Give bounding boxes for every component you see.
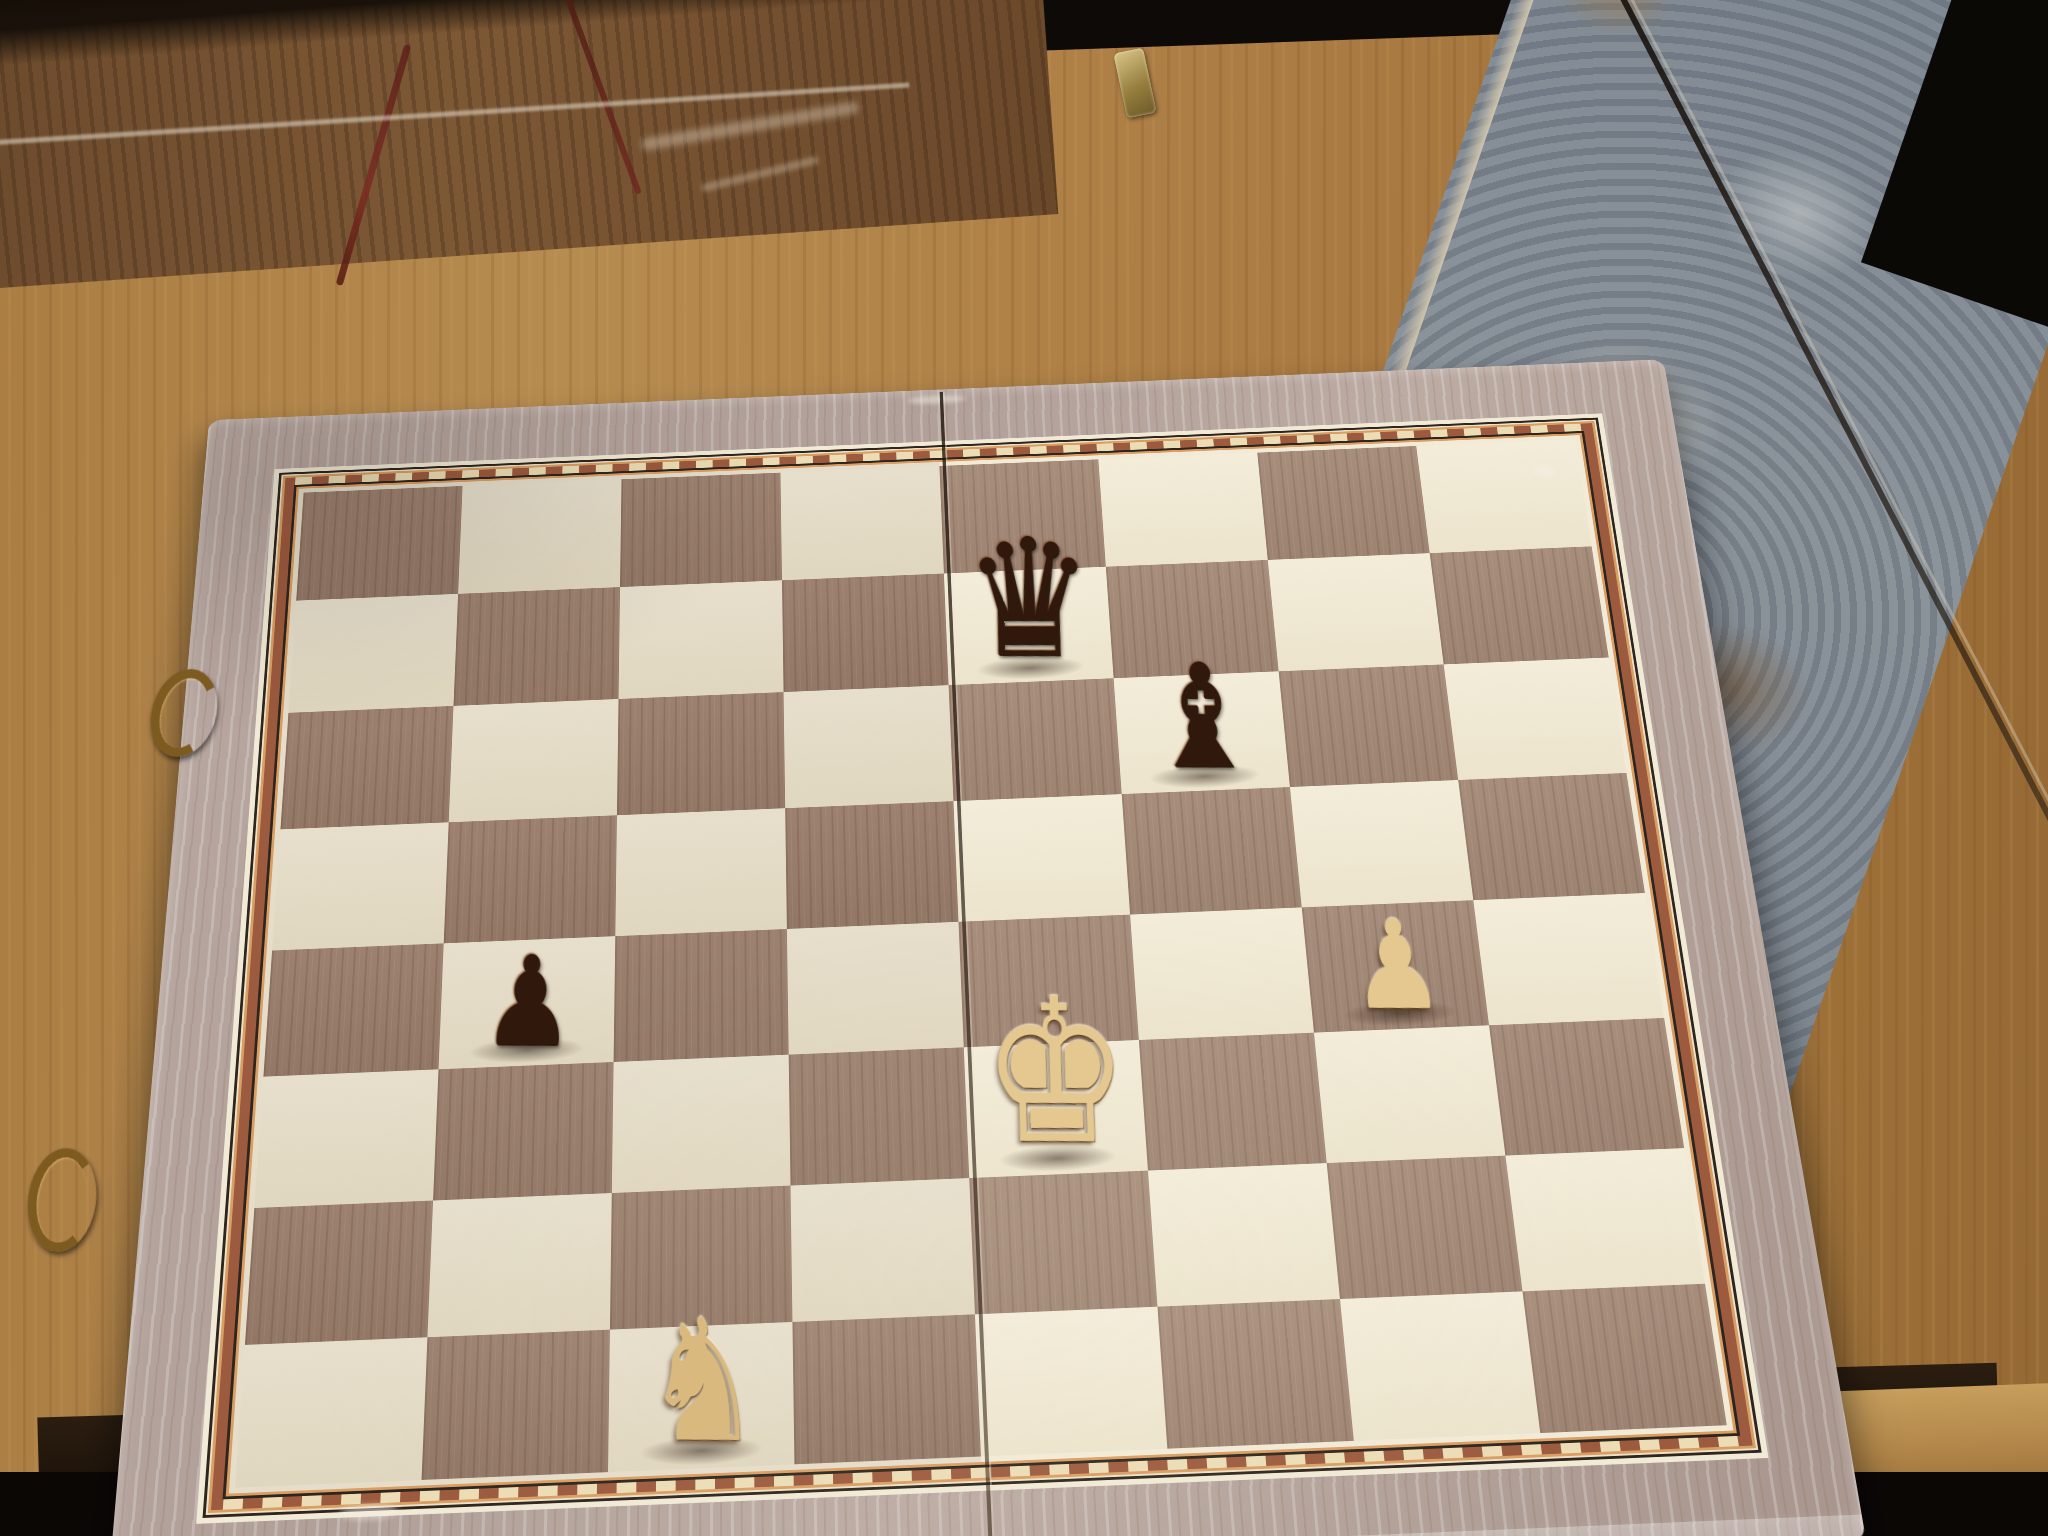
square-f5[interactable] bbox=[1122, 787, 1302, 915]
square-g5[interactable] bbox=[1290, 780, 1473, 907]
square-d8[interactable] bbox=[780, 466, 943, 580]
white-pawn[interactable]: ♟ bbox=[1305, 903, 1489, 1027]
square-e3[interactable]: ♚ bbox=[964, 1040, 1148, 1178]
square-a1[interactable] bbox=[235, 1337, 427, 1487]
square-c3[interactable] bbox=[612, 1055, 791, 1193]
square-d5[interactable] bbox=[785, 801, 958, 929]
white-king[interactable]: ♚ bbox=[966, 973, 1147, 1174]
square-d1[interactable] bbox=[792, 1314, 980, 1464]
square-f1[interactable] bbox=[1157, 1299, 1353, 1449]
square-f3[interactable] bbox=[1139, 1033, 1327, 1171]
square-b5[interactable] bbox=[444, 815, 617, 943]
square-d4[interactable] bbox=[787, 922, 964, 1055]
square-a7[interactable] bbox=[288, 594, 458, 713]
square-h8[interactable] bbox=[1416, 439, 1591, 553]
square-d6[interactable] bbox=[784, 685, 954, 808]
square-b6[interactable] bbox=[449, 699, 619, 822]
square-a8[interactable] bbox=[296, 486, 462, 601]
square-f8[interactable] bbox=[1098, 453, 1267, 567]
square-b8[interactable] bbox=[458, 479, 621, 594]
square-e7[interactable]: ♛ bbox=[944, 567, 1114, 685]
square-d3[interactable] bbox=[789, 1047, 970, 1185]
square-g2[interactable] bbox=[1327, 1156, 1523, 1299]
square-c7[interactable] bbox=[619, 580, 784, 699]
square-e1[interactable] bbox=[975, 1307, 1167, 1457]
square-h6[interactable] bbox=[1444, 657, 1627, 780]
square-h7[interactable] bbox=[1430, 546, 1609, 664]
square-b3[interactable] bbox=[433, 1062, 614, 1201]
square-b7[interactable] bbox=[453, 587, 620, 706]
square-b1[interactable] bbox=[422, 1330, 610, 1480]
black-pawn[interactable]: ♟ bbox=[438, 939, 618, 1064]
square-h3[interactable] bbox=[1489, 1018, 1684, 1156]
square-g8[interactable] bbox=[1257, 446, 1429, 560]
square-h5[interactable] bbox=[1458, 773, 1645, 900]
square-e6[interactable] bbox=[949, 678, 1122, 801]
square-e2[interactable] bbox=[969, 1171, 1157, 1315]
square-g3[interactable] bbox=[1314, 1025, 1505, 1163]
square-g4[interactable]: ♟ bbox=[1302, 900, 1489, 1032]
square-a5[interactable] bbox=[272, 822, 449, 950]
square-c6[interactable] bbox=[617, 692, 785, 815]
square-a3[interactable] bbox=[254, 1069, 438, 1208]
square-c4[interactable] bbox=[614, 929, 789, 1062]
square-b2[interactable] bbox=[427, 1193, 611, 1337]
square-c1[interactable]: ♞ bbox=[608, 1322, 794, 1472]
square-f2[interactable] bbox=[1148, 1163, 1340, 1307]
square-d7[interactable] bbox=[782, 573, 949, 692]
square-f6[interactable]: ♝ bbox=[1114, 671, 1290, 794]
square-a2[interactable] bbox=[245, 1201, 433, 1345]
square-f4[interactable] bbox=[1130, 907, 1314, 1040]
square-h2[interactable] bbox=[1505, 1148, 1705, 1291]
square-g6[interactable] bbox=[1279, 664, 1459, 787]
square-c5[interactable] bbox=[615, 808, 787, 936]
square-b4[interactable]: ♟ bbox=[438, 936, 615, 1069]
square-h4[interactable] bbox=[1473, 893, 1664, 1025]
black-bishop[interactable]: ♝ bbox=[1116, 645, 1290, 789]
square-c8[interactable] bbox=[620, 473, 782, 587]
square-d2[interactable] bbox=[791, 1178, 975, 1322]
black-queen[interactable]: ♛ bbox=[947, 517, 1114, 681]
square-e5[interactable] bbox=[953, 794, 1130, 922]
frame-scuff bbox=[907, 394, 965, 404]
square-a6[interactable] bbox=[280, 706, 453, 829]
square-g7[interactable] bbox=[1268, 553, 1444, 671]
chess-board: ♛♝♟♟♚♞ bbox=[106, 359, 1866, 1536]
square-h1[interactable] bbox=[1522, 1284, 1726, 1433]
white-knight[interactable]: ♞ bbox=[608, 1296, 797, 1467]
square-g1[interactable] bbox=[1340, 1291, 1540, 1440]
square-a4[interactable] bbox=[263, 943, 443, 1076]
